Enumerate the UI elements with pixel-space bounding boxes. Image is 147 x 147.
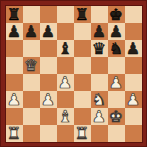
square-d2[interactable]: ♝	[57, 108, 74, 125]
square-g7[interactable]: ♟	[108, 23, 125, 40]
square-a6[interactable]	[6, 40, 23, 57]
square-g1[interactable]	[108, 125, 125, 142]
piece-white-pawn: ♟	[41, 91, 55, 108]
square-f6[interactable]: ♛	[91, 40, 108, 57]
square-e4[interactable]	[74, 74, 91, 91]
piece-black-bishop: ♝	[58, 40, 72, 57]
piece-white-rook: ♜	[7, 125, 21, 142]
piece-white-pawn: ♟	[58, 74, 72, 91]
square-a2[interactable]	[6, 108, 23, 125]
square-e3[interactable]	[74, 91, 91, 108]
square-a7[interactable]: ♟	[6, 23, 23, 40]
square-a1[interactable]: ♜	[6, 125, 23, 142]
piece-white-bishop: ♝	[58, 108, 72, 125]
square-e1[interactable]: ♜	[74, 125, 91, 142]
square-b5[interactable]: ♛	[23, 57, 40, 74]
piece-black-pawn: ♟	[41, 23, 55, 40]
square-d8[interactable]	[57, 6, 74, 23]
square-d1[interactable]	[57, 125, 74, 142]
square-d6[interactable]: ♝	[57, 40, 74, 57]
square-c5[interactable]	[40, 57, 57, 74]
square-g5[interactable]	[108, 57, 125, 74]
square-b3[interactable]	[23, 91, 40, 108]
square-e2[interactable]	[74, 108, 91, 125]
square-b8[interactable]	[23, 6, 40, 23]
piece-white-pawn: ♟	[109, 74, 123, 91]
square-e6[interactable]	[74, 40, 91, 57]
square-c2[interactable]	[40, 108, 57, 125]
square-f8[interactable]	[91, 6, 108, 23]
piece-white-rook: ♜	[75, 125, 89, 142]
square-h2[interactable]	[125, 108, 142, 125]
square-h3[interactable]: ♟	[125, 91, 142, 108]
square-f7[interactable]: ♟	[91, 23, 108, 40]
square-c8[interactable]	[40, 6, 57, 23]
square-a3[interactable]: ♟	[6, 91, 23, 108]
square-c6[interactable]	[40, 40, 57, 57]
piece-black-pawn: ♟	[126, 40, 140, 57]
piece-black-king: ♚	[109, 6, 123, 23]
square-d5[interactable]	[57, 57, 74, 74]
square-f5[interactable]	[91, 57, 108, 74]
square-d7[interactable]	[57, 23, 74, 40]
chess-board: ♜♜♚♟♟♟♟♟♝♛♞♟♛♟♟♟♟♞♟♝♟♚♜♜	[6, 6, 142, 142]
square-d4[interactable]: ♟	[57, 74, 74, 91]
square-e7[interactable]	[74, 23, 91, 40]
square-c1[interactable]	[40, 125, 57, 142]
square-g2[interactable]: ♚	[108, 108, 125, 125]
square-f2[interactable]: ♟	[91, 108, 108, 125]
square-a5[interactable]	[6, 57, 23, 74]
square-h1[interactable]	[125, 125, 142, 142]
square-e5[interactable]	[74, 57, 91, 74]
square-c4[interactable]	[40, 74, 57, 91]
piece-white-knight: ♞	[92, 91, 106, 108]
square-b6[interactable]	[23, 40, 40, 57]
piece-black-rook: ♜	[7, 6, 21, 23]
square-a8[interactable]: ♜	[6, 6, 23, 23]
piece-black-pawn: ♟	[92, 23, 106, 40]
square-h6[interactable]: ♟	[125, 40, 142, 57]
square-e8[interactable]: ♜	[74, 6, 91, 23]
square-g8[interactable]: ♚	[108, 6, 125, 23]
chess-board-frame: ♜♜♚♟♟♟♟♟♝♛♞♟♛♟♟♟♟♞♟♝♟♚♜♜	[0, 0, 147, 147]
square-g4[interactable]: ♟	[108, 74, 125, 91]
square-f1[interactable]	[91, 125, 108, 142]
square-h5[interactable]	[125, 57, 142, 74]
square-h8[interactable]	[125, 6, 142, 23]
piece-black-knight: ♞	[109, 40, 123, 57]
square-h7[interactable]	[125, 23, 142, 40]
piece-black-pawn: ♟	[109, 23, 123, 40]
square-f3[interactable]: ♞	[91, 91, 108, 108]
square-f4[interactable]	[91, 74, 108, 91]
piece-black-queen: ♛	[92, 40, 106, 57]
piece-black-rook: ♜	[75, 6, 89, 23]
piece-black-pawn: ♟	[7, 23, 21, 40]
square-c3[interactable]: ♟	[40, 91, 57, 108]
piece-white-queen: ♛	[24, 57, 38, 74]
square-b2[interactable]	[23, 108, 40, 125]
piece-black-pawn: ♟	[24, 23, 38, 40]
square-g3[interactable]	[108, 91, 125, 108]
piece-white-pawn: ♟	[126, 91, 140, 108]
square-d3[interactable]	[57, 91, 74, 108]
square-c7[interactable]: ♟	[40, 23, 57, 40]
piece-white-pawn: ♟	[7, 91, 21, 108]
piece-white-pawn: ♟	[92, 108, 106, 125]
square-h4[interactable]	[125, 74, 142, 91]
square-a4[interactable]	[6, 74, 23, 91]
square-g6[interactable]: ♞	[108, 40, 125, 57]
piece-white-king: ♚	[109, 108, 123, 125]
square-b4[interactable]	[23, 74, 40, 91]
square-b7[interactable]: ♟	[23, 23, 40, 40]
square-b1[interactable]	[23, 125, 40, 142]
